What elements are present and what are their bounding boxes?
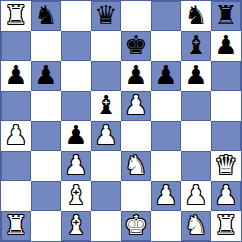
white-rook[interactable]: ♜: [4, 1, 27, 30]
square-g4[interactable]: [181, 121, 211, 151]
square-g5[interactable]: [181, 91, 211, 121]
square-d6[interactable]: [91, 61, 121, 91]
square-e3[interactable]: ♞: [121, 151, 151, 181]
square-b2[interactable]: [31, 181, 61, 211]
square-e5[interactable]: ♟: [121, 91, 151, 121]
square-c2[interactable]: ♝: [61, 181, 91, 211]
white-pawn[interactable]: ♟: [94, 121, 117, 150]
square-a1[interactable]: ♜: [1, 211, 31, 241]
square-h2[interactable]: ♟: [211, 181, 241, 211]
square-e8[interactable]: [121, 1, 151, 31]
black-rook[interactable]: ♜: [214, 1, 237, 30]
black-knight[interactable]: ♞: [184, 1, 207, 30]
white-queen[interactable]: ♛: [214, 151, 237, 180]
square-h1[interactable]: ♜: [211, 211, 241, 241]
square-d1[interactable]: [91, 211, 121, 241]
white-knight[interactable]: ♞: [124, 151, 147, 180]
chess-board: ♜♞♛♞♜♚♝♟♟♟♟♟♟♝♟♟♟♟♟♞♛♝♟♟♟♜♝♚♞♜: [0, 0, 242, 242]
square-b7[interactable]: [31, 31, 61, 61]
white-pawn[interactable]: ♟: [124, 91, 147, 120]
square-h4[interactable]: [211, 121, 241, 151]
black-pawn[interactable]: ♟: [34, 61, 57, 90]
black-pawn[interactable]: ♟: [124, 61, 147, 90]
white-rook[interactable]: ♜: [214, 211, 237, 240]
white-pawn[interactable]: ♟: [4, 121, 27, 150]
square-c3[interactable]: ♟: [61, 151, 91, 181]
white-pawn[interactable]: ♟: [64, 151, 87, 180]
square-d4[interactable]: ♟: [91, 121, 121, 151]
white-pawn[interactable]: ♟: [154, 181, 177, 210]
square-e7[interactable]: ♚: [121, 31, 151, 61]
black-bishop[interactable]: ♝: [184, 31, 207, 60]
square-e1[interactable]: ♚: [121, 211, 151, 241]
square-d5[interactable]: ♝: [91, 91, 121, 121]
square-g6[interactable]: ♟: [181, 61, 211, 91]
square-e6[interactable]: ♟: [121, 61, 151, 91]
square-h7[interactable]: ♟: [211, 31, 241, 61]
square-e2[interactable]: [121, 181, 151, 211]
chess-board-container: ♜♞♛♞♜♚♝♟♟♟♟♟♟♝♟♟♟♟♟♞♛♝♟♟♟♜♝♚♞♜: [0, 0, 242, 242]
black-pawn[interactable]: ♟: [184, 61, 207, 90]
square-h5[interactable]: [211, 91, 241, 121]
square-c6[interactable]: [61, 61, 91, 91]
square-f3[interactable]: [151, 151, 181, 181]
square-e4[interactable]: [121, 121, 151, 151]
square-d7[interactable]: [91, 31, 121, 61]
black-pawn[interactable]: ♟: [4, 61, 27, 90]
square-a3[interactable]: [1, 151, 31, 181]
square-a4[interactable]: ♟: [1, 121, 31, 151]
black-bishop[interactable]: ♝: [94, 91, 117, 120]
square-f5[interactable]: [151, 91, 181, 121]
square-c1[interactable]: ♝: [61, 211, 91, 241]
square-b4[interactable]: [31, 121, 61, 151]
square-d3[interactable]: [91, 151, 121, 181]
black-pawn[interactable]: ♟: [214, 31, 237, 60]
square-b3[interactable]: [31, 151, 61, 181]
square-a6[interactable]: ♟: [1, 61, 31, 91]
square-g7[interactable]: ♝: [181, 31, 211, 61]
square-c7[interactable]: [61, 31, 91, 61]
white-rook[interactable]: ♜: [4, 211, 27, 240]
square-h3[interactable]: ♛: [211, 151, 241, 181]
white-bishop[interactable]: ♝: [64, 211, 87, 240]
square-f8[interactable]: [151, 1, 181, 31]
square-h6[interactable]: [211, 61, 241, 91]
black-queen[interactable]: ♛: [94, 1, 117, 30]
square-g1[interactable]: ♞: [181, 211, 211, 241]
square-f6[interactable]: ♟: [151, 61, 181, 91]
black-knight[interactable]: ♞: [34, 1, 57, 30]
black-king[interactable]: ♚: [124, 31, 147, 60]
square-g3[interactable]: [181, 151, 211, 181]
square-a7[interactable]: [1, 31, 31, 61]
square-b8[interactable]: ♞: [31, 1, 61, 31]
square-f4[interactable]: [151, 121, 181, 151]
square-b5[interactable]: [31, 91, 61, 121]
square-d8[interactable]: ♛: [91, 1, 121, 31]
square-f2[interactable]: ♟: [151, 181, 181, 211]
square-c4[interactable]: ♟: [61, 121, 91, 151]
square-c5[interactable]: [61, 91, 91, 121]
square-f7[interactable]: [151, 31, 181, 61]
white-knight[interactable]: ♞: [184, 211, 207, 240]
square-f1[interactable]: [151, 211, 181, 241]
square-d2[interactable]: [91, 181, 121, 211]
square-a8[interactable]: ♜: [1, 1, 31, 31]
square-g8[interactable]: ♞: [181, 1, 211, 31]
square-b1[interactable]: [31, 211, 61, 241]
black-pawn[interactable]: ♟: [64, 121, 87, 150]
square-g2[interactable]: ♟: [181, 181, 211, 211]
white-pawn[interactable]: ♟: [184, 181, 207, 210]
white-pawn[interactable]: ♟: [214, 181, 237, 210]
square-a2[interactable]: [1, 181, 31, 211]
black-pawn[interactable]: ♟: [154, 61, 177, 90]
square-a5[interactable]: [1, 91, 31, 121]
square-b6[interactable]: ♟: [31, 61, 61, 91]
white-king[interactable]: ♚: [124, 211, 147, 240]
white-bishop[interactable]: ♝: [64, 181, 87, 210]
square-h8[interactable]: ♜: [211, 1, 241, 31]
square-c8[interactable]: [61, 1, 91, 31]
